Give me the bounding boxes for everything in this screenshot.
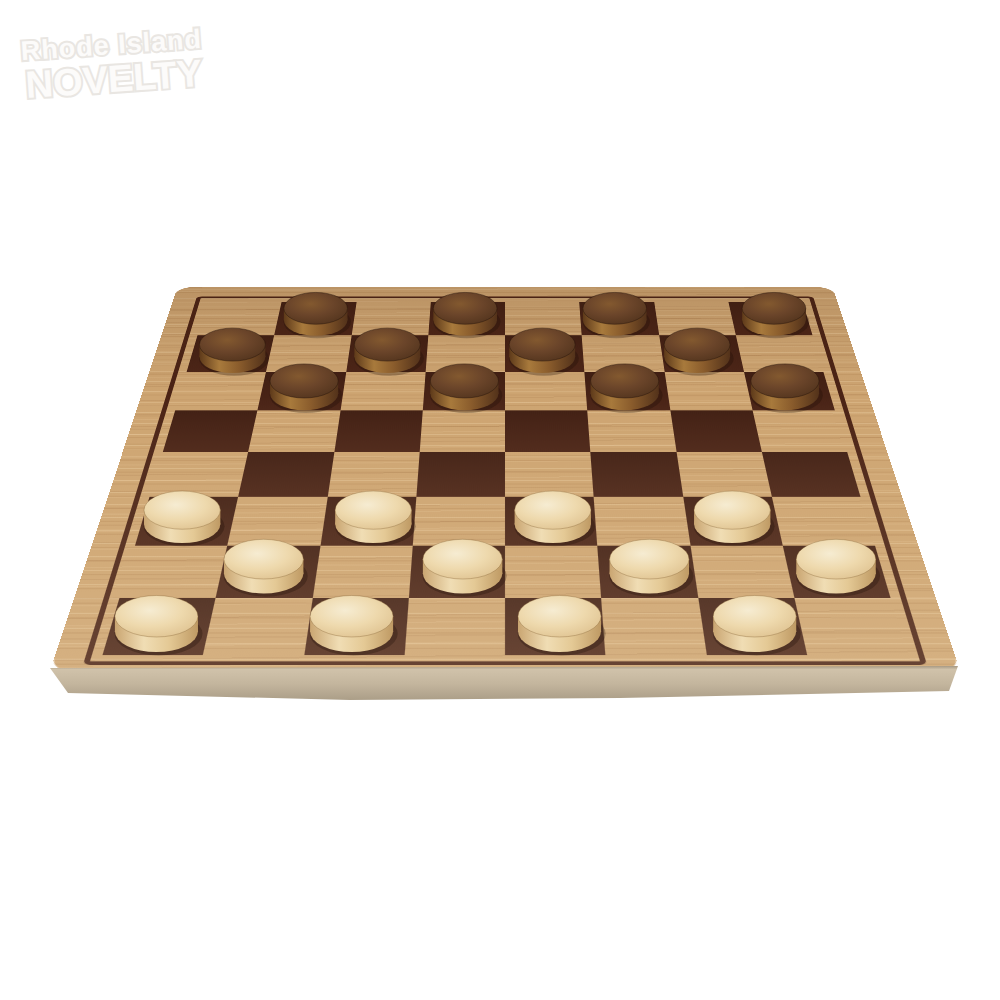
piece-light-b2[interactable]: ⛀ b2 <box>224 539 308 596</box>
square-e6[interactable] <box>505 372 587 411</box>
square-f3[interactable] <box>594 497 690 546</box>
piece-dark-c7[interactable]: ⛂ c7 <box>354 328 424 376</box>
piece-dark-a7[interactable]: ⛂ a7 <box>199 328 269 376</box>
piece-dark-f6[interactable]: ⛂ f6 <box>590 364 662 413</box>
square-d4[interactable] <box>416 452 505 497</box>
piece-dark-d8[interactable]: ⛂ d8 <box>433 292 500 338</box>
piece-light-e1[interactable]: ⛀ e1 <box>518 595 606 655</box>
board-front-edge <box>46 665 962 702</box>
square-h1[interactable] <box>794 598 907 655</box>
piece-dark-d6[interactable]: ⛂ d6 <box>430 364 502 413</box>
square-c6[interactable] <box>340 372 425 411</box>
piece-dark-b8[interactable]: ⛂ b8 <box>284 292 351 338</box>
piece-light-f2[interactable]: ⛀ f2 <box>609 539 693 596</box>
square-a2[interactable] <box>119 545 227 598</box>
square-c4[interactable] <box>327 452 419 497</box>
piece-dark-e7[interactable]: ⛂ e7 <box>509 328 579 376</box>
piece-light-c1[interactable]: ⛀ c1 <box>310 595 398 655</box>
square-b3[interactable] <box>228 497 328 546</box>
photo-stage: Rhode Island NOVELTY <box>0 0 1000 1000</box>
piece-light-g3[interactable]: ⛀ g3 <box>694 491 775 546</box>
square-a5[interactable] <box>163 410 258 452</box>
piece-dark-b6[interactable]: ⛂ b6 <box>270 364 342 413</box>
piece-light-a3[interactable]: ⛀ a3 <box>144 491 225 546</box>
square-f5[interactable] <box>587 410 676 452</box>
square-c2[interactable] <box>312 545 412 598</box>
square-e5[interactable] <box>505 410 591 452</box>
square-h3[interactable] <box>772 497 875 546</box>
piece-light-d2[interactable]: ⛀ d2 <box>422 539 506 596</box>
piece-dark-g7[interactable]: ⛂ g7 <box>664 328 734 376</box>
square-f4[interactable] <box>591 452 683 497</box>
square-g4[interactable] <box>676 452 772 497</box>
square-d5[interactable] <box>419 410 505 452</box>
square-d3[interactable] <box>413 497 505 546</box>
piece-light-a1[interactable]: ⛀ a1 <box>114 595 202 655</box>
piece-dark-f8[interactable]: ⛂ f8 <box>583 292 650 338</box>
square-b1[interactable] <box>203 598 312 655</box>
square-c5[interactable] <box>334 410 423 452</box>
piece-light-h2[interactable]: ⛀ h2 <box>796 539 880 596</box>
square-h5[interactable] <box>752 410 847 452</box>
square-a6[interactable] <box>175 372 266 411</box>
piece-dark-h8[interactable]: ⛂ h8 <box>742 292 809 338</box>
piece-light-c3[interactable]: ⛀ c3 <box>335 491 416 546</box>
square-h4[interactable] <box>762 452 861 497</box>
square-g2[interactable] <box>690 545 794 598</box>
square-e2[interactable] <box>505 545 601 598</box>
watermark-logo: Rhode Island NOVELTY <box>20 26 206 105</box>
square-g5[interactable] <box>670 410 762 452</box>
square-a4[interactable] <box>149 452 248 497</box>
square-b5[interactable] <box>248 410 340 452</box>
square-e4[interactable] <box>505 452 594 497</box>
piece-dark-h6[interactable]: ⛂ h6 <box>751 364 823 413</box>
piece-light-g1[interactable]: ⛀ g1 <box>713 595 801 655</box>
square-b4[interactable] <box>238 452 334 497</box>
piece-light-e3[interactable]: ⛀ e3 <box>514 491 595 546</box>
square-g6[interactable] <box>664 372 752 411</box>
square-f1[interactable] <box>601 598 706 655</box>
square-d1[interactable] <box>404 598 505 655</box>
